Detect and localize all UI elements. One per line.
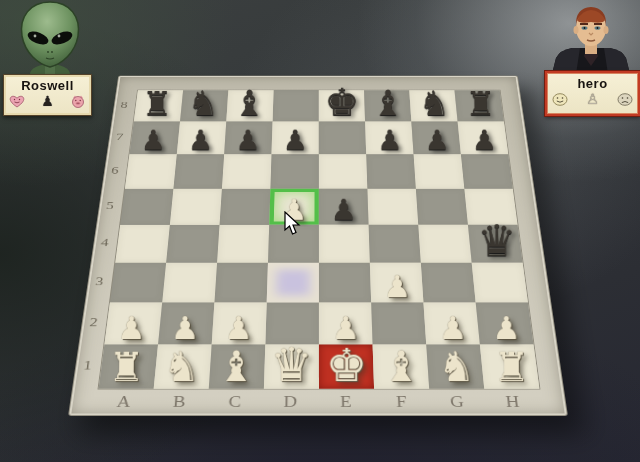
black-pawn-c7[interactable]: ♟ <box>235 126 260 153</box>
white-pawn-f3[interactable]: ♟ <box>383 271 411 302</box>
sad-face-icon <box>617 93 633 106</box>
white-player-plate: hero ♙ <box>545 71 640 116</box>
square-a6[interactable] <box>125 154 177 188</box>
square-g4[interactable] <box>418 225 471 263</box>
white-rook-a1[interactable]: ♜ <box>108 348 144 388</box>
square-f2[interactable] <box>371 303 426 345</box>
white-pawn-h2[interactable]: ♟ <box>492 312 521 343</box>
white-pawn-c2[interactable]: ♟ <box>224 312 252 343</box>
square-a4[interactable] <box>115 225 170 263</box>
square-a7[interactable]: ♟ <box>129 122 180 155</box>
square-b8[interactable]: ♞ <box>180 90 228 121</box>
square-c3[interactable] <box>214 263 268 303</box>
square-b6[interactable] <box>173 154 224 188</box>
black-pawn-icon: ♟ <box>41 94 54 108</box>
square-a8[interactable]: ♜ <box>134 90 183 121</box>
square-a1[interactable]: ♜ <box>99 345 158 389</box>
white-bishop-c1[interactable]: ♝ <box>217 346 255 388</box>
square-b1[interactable]: ♞ <box>154 345 212 389</box>
black-bishop-c8[interactable]: ♝ <box>234 86 266 121</box>
square-g2[interactable]: ♟ <box>423 303 479 345</box>
square-e5[interactable]: ♟ <box>319 189 369 225</box>
square-a3[interactable] <box>110 263 166 303</box>
square-h7[interactable]: ♟ <box>458 122 509 155</box>
black-knight-g8[interactable]: ♞ <box>419 87 450 121</box>
white-player-name: hero <box>547 76 638 91</box>
square-e4[interactable] <box>319 225 370 263</box>
white-pawn-a2[interactable]: ♟ <box>117 312 146 343</box>
square-e1[interactable]: ♚ <box>319 345 374 389</box>
alien-avatar <box>8 0 92 80</box>
square-e8[interactable]: ♚ <box>319 90 365 121</box>
square-g5[interactable] <box>416 189 468 225</box>
black-player-name: Roswell <box>4 78 91 93</box>
black-king-e8[interactable]: ♚ <box>325 83 360 121</box>
square-e3[interactable] <box>319 263 371 303</box>
white-pawn-icon: ♙ <box>586 92 599 106</box>
pink-pig-icon <box>70 95 86 108</box>
square-f6[interactable] <box>366 154 416 188</box>
white-rook-h1[interactable]: ♜ <box>493 348 529 388</box>
black-pawn-a7[interactable]: ♟ <box>141 126 166 153</box>
white-pawn-b2[interactable]: ♟ <box>171 312 200 343</box>
square-f1[interactable]: ♝ <box>373 345 430 389</box>
square-c6[interactable] <box>222 154 272 188</box>
square-g6[interactable] <box>414 154 465 188</box>
square-c4[interactable] <box>217 225 269 263</box>
square-h4[interactable]: ♛ <box>468 225 523 263</box>
square-c8[interactable]: ♝ <box>226 90 273 121</box>
square-d3[interactable] <box>267 263 319 303</box>
square-h1[interactable]: ♜ <box>480 345 540 389</box>
square-g7[interactable]: ♟ <box>411 122 461 155</box>
white-pawn-g2[interactable]: ♟ <box>439 312 468 343</box>
hero-avatar <box>546 0 636 74</box>
black-bishop-f8[interactable]: ♝ <box>372 86 404 121</box>
square-f3[interactable]: ♟ <box>370 263 424 303</box>
square-h3[interactable] <box>472 263 528 303</box>
square-c7[interactable]: ♟ <box>224 122 272 155</box>
square-b3[interactable] <box>162 263 217 303</box>
square-b7[interactable]: ♟ <box>177 122 226 155</box>
square-e7[interactable] <box>319 122 366 155</box>
black-pawn-e5[interactable]: ♟ <box>331 195 357 224</box>
square-b2[interactable]: ♟ <box>158 303 214 345</box>
black-pawn-g7[interactable]: ♟ <box>425 126 450 153</box>
black-rook-h8[interactable]: ♜ <box>465 88 496 121</box>
white-knight-b1[interactable]: ♞ <box>163 347 200 388</box>
square-a5[interactable] <box>120 189 173 225</box>
square-g1[interactable]: ♞ <box>426 345 484 389</box>
square-h6[interactable] <box>461 154 513 188</box>
square-h8[interactable]: ♜ <box>454 90 503 121</box>
square-f8[interactable]: ♝ <box>364 90 411 121</box>
square-c2[interactable]: ♟ <box>212 303 267 345</box>
chess-board[interactable]: 87654321 ABCDEFGH ♜♞♝♚♝♞♜♟♟♟♟♟♟♟♟♟♛♟♟♟♟♟… <box>68 76 568 416</box>
black-player-plate: Roswell ♟ <box>3 74 92 116</box>
square-c5[interactable] <box>220 189 271 225</box>
square-d7[interactable]: ♟ <box>271 122 318 155</box>
square-d8[interactable] <box>273 90 319 121</box>
black-pawn-h7[interactable]: ♟ <box>472 126 497 153</box>
square-b5[interactable] <box>170 189 222 225</box>
black-pawn-f7[interactable]: ♟ <box>377 126 402 153</box>
white-queen-d1[interactable]: ♛ <box>270 341 312 388</box>
square-f4[interactable] <box>369 225 421 263</box>
square-b4[interactable] <box>166 225 219 263</box>
square-f7[interactable]: ♟ <box>365 122 413 155</box>
square-g3[interactable] <box>421 263 476 303</box>
square-g8[interactable]: ♞ <box>409 90 457 121</box>
mouse-cursor <box>284 211 301 237</box>
square-c1[interactable]: ♝ <box>209 345 266 389</box>
square-e6[interactable] <box>319 154 368 188</box>
black-rook-a8[interactable]: ♜ <box>142 88 173 121</box>
square-a2[interactable]: ♟ <box>104 303 162 345</box>
pink-heart-icon <box>9 95 25 108</box>
black-pawn-d7[interactable]: ♟ <box>283 126 308 153</box>
square-d6[interactable] <box>270 154 318 188</box>
square-f5[interactable] <box>367 189 418 225</box>
square-h2[interactable]: ♟ <box>476 303 534 345</box>
white-king-e1[interactable]: ♚ <box>326 342 367 388</box>
black-knight-b8[interactable]: ♞ <box>188 87 219 121</box>
square-d1[interactable]: ♛ <box>264 345 319 389</box>
white-bishop-f1[interactable]: ♝ <box>383 346 421 388</box>
white-knight-g1[interactable]: ♞ <box>438 347 475 388</box>
happy-face-icon <box>552 93 568 106</box>
black-pawn-b7[interactable]: ♟ <box>188 126 213 153</box>
black-queen-h4[interactable]: ♛ <box>477 219 516 262</box>
